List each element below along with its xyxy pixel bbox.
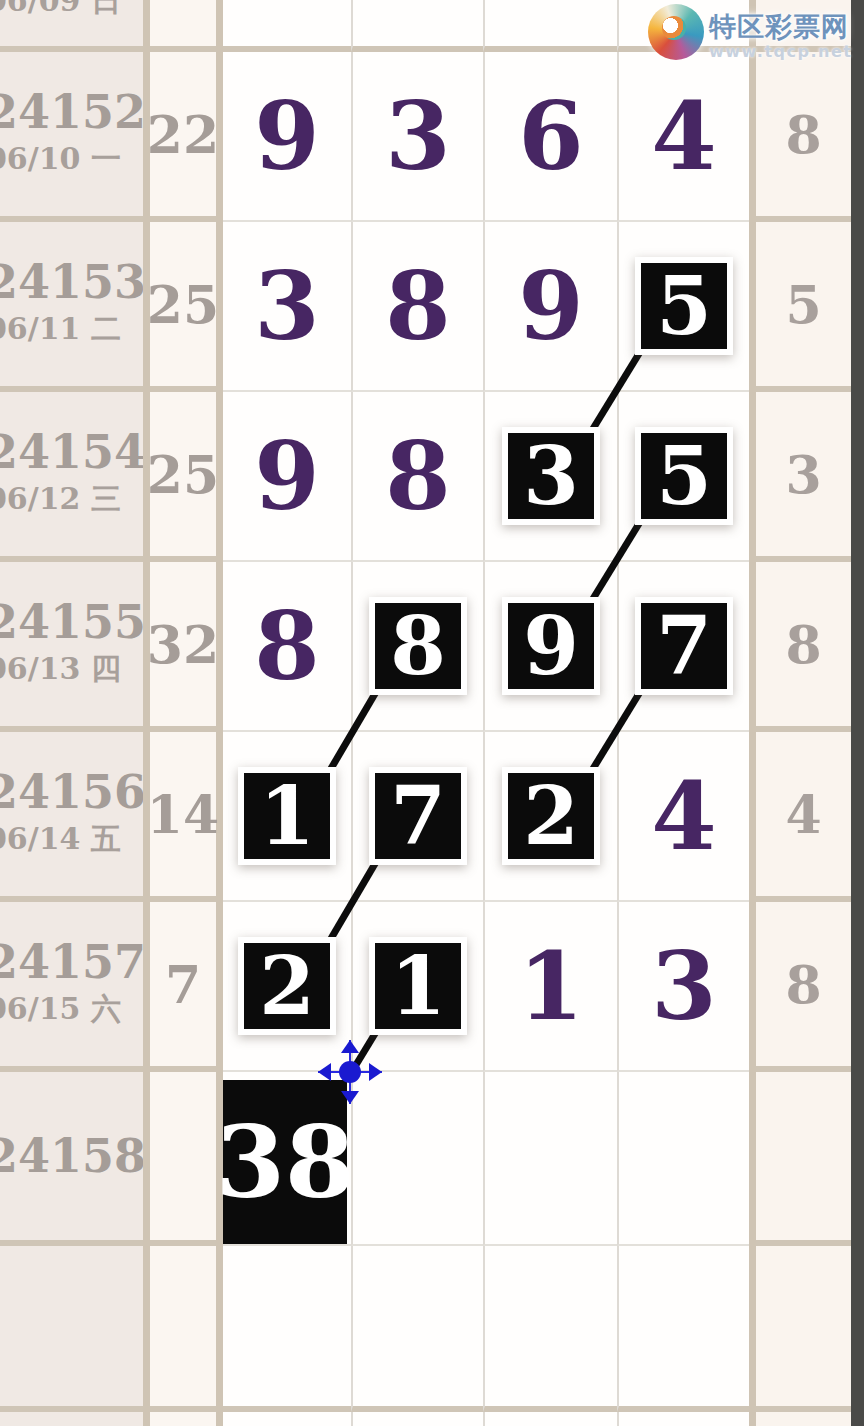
digit-cell: 1 — [223, 732, 351, 902]
digit: 9 — [254, 89, 319, 183]
digit: 1 — [518, 939, 583, 1033]
digit-cell — [483, 0, 617, 52]
sum-cell — [150, 1412, 216, 1426]
digit: 9 — [254, 429, 319, 523]
issue-cell-24157: 24157 06/15 六 — [0, 902, 143, 1072]
lottery-trend-chart: 06/09 日 24152 06/10 一 22 9 3 6 4 8 24153… — [0, 0, 864, 1426]
highlighted-number-box: 5 — [635, 427, 733, 525]
column-divider — [749, 0, 756, 1426]
digit-cell: 4 — [617, 732, 749, 902]
sum-value: 32 — [147, 614, 219, 675]
highlighted-number-box: 7 — [635, 597, 733, 695]
issue-number: 24153 — [0, 258, 143, 306]
issue-date: 06/14 五 — [0, 819, 143, 860]
digit-cell: 9 — [223, 52, 351, 222]
sum-cell — [150, 1246, 216, 1412]
digit-cell — [483, 1072, 617, 1246]
digit: 1 — [390, 946, 446, 1026]
sum-cell-prev — [150, 0, 216, 52]
digit-cell: 1 — [483, 902, 617, 1072]
issue-number: 24154 — [0, 428, 143, 476]
digit-cell — [483, 1412, 617, 1426]
digit: 8 — [385, 429, 450, 523]
digit: 3 — [651, 939, 716, 1033]
digit-cell: 7 — [351, 732, 483, 902]
tail-cell: 8 — [756, 52, 851, 222]
sum-value: 25 — [147, 444, 219, 505]
digit-cell — [351, 1072, 483, 1246]
digit-cell: 3 — [351, 52, 483, 222]
tail-cell — [756, 1246, 851, 1412]
tail-cell: 4 — [756, 732, 851, 902]
tail-cell — [756, 1412, 851, 1426]
digit-cell: 3 — [223, 222, 351, 392]
tail-cell: 3 — [756, 392, 851, 562]
digit-cell — [351, 1412, 483, 1426]
highlighted-number-box: 1 — [369, 937, 467, 1035]
digit: 3 — [385, 89, 450, 183]
digit-cell — [223, 1246, 351, 1412]
digit: 5 — [656, 266, 712, 346]
highlighted-number-box: 9 — [502, 597, 600, 695]
digit: 9 — [523, 606, 579, 686]
site-name: 特区彩票网 — [709, 13, 852, 41]
issue-cell-24158: 24158 — [0, 1072, 143, 1246]
sum-cell: 32 — [150, 562, 216, 732]
sum-value: 7 — [165, 954, 201, 1015]
digit-cell — [617, 1412, 749, 1426]
tail-value: 8 — [785, 614, 821, 675]
digit: 3 — [254, 259, 319, 353]
issue-cell-empty — [0, 1246, 143, 1412]
digit: 8 — [385, 259, 450, 353]
digit-cell: 4 — [617, 52, 749, 222]
issue-cell-24152: 24152 06/10 一 — [0, 52, 143, 222]
digit-cell: 3 — [483, 392, 617, 562]
site-logo-icon — [648, 4, 704, 60]
tail-value: 8 — [785, 104, 821, 165]
digit: 1 — [259, 776, 315, 856]
sum-cell: 22 — [150, 52, 216, 222]
issue-number: 24156 — [0, 768, 143, 816]
digit-cell: 2 — [223, 902, 351, 1072]
scrollbar[interactable] — [851, 0, 864, 1426]
digit: 2 — [259, 946, 315, 1026]
digit-cell — [617, 1072, 749, 1246]
issue-date: 06/11 二 — [0, 309, 143, 350]
digit-cell — [351, 1246, 483, 1412]
sum-cell: 25 — [150, 222, 216, 392]
issue-cell-prev: 06/09 日 — [0, 0, 143, 52]
digit-cell: 38 — [223, 1072, 351, 1246]
big-number: 38 — [215, 1112, 354, 1212]
digit-cell: 9 — [483, 222, 617, 392]
sum-value: 22 — [147, 104, 219, 165]
digit-cell — [223, 1412, 351, 1426]
digit-cell: 6 — [483, 52, 617, 222]
highlighted-number-box: 7 — [369, 767, 467, 865]
digit: 7 — [390, 776, 446, 856]
digit: 3 — [523, 436, 579, 516]
digit-cell: 8 — [351, 392, 483, 562]
column-divider — [143, 0, 150, 1426]
highlighted-sum-box: 38 — [223, 1080, 347, 1244]
site-url: www.tqcp.net — [709, 42, 852, 61]
digit-cell: 2 — [483, 732, 617, 902]
issue-date: 06/13 四 — [0, 649, 143, 690]
tail-value: 4 — [785, 784, 821, 845]
issue-date: 06/10 一 — [0, 139, 143, 180]
digit-cell — [617, 1246, 749, 1412]
digit: 7 — [656, 606, 712, 686]
tail-cell: 5 — [756, 222, 851, 392]
digit-cell — [351, 0, 483, 52]
issue-cell-24154: 24154 06/12 三 — [0, 392, 143, 562]
site-watermark[interactable]: 特区彩票网 www.tqcp.net — [648, 4, 852, 61]
highlighted-number-box: 1 — [238, 767, 336, 865]
tail-value: 8 — [785, 954, 821, 1015]
digit: 5 — [656, 436, 712, 516]
digit-cell: 8 — [351, 562, 483, 732]
digit-cell — [483, 1246, 617, 1412]
highlighted-number-box: 2 — [502, 767, 600, 865]
issue-date: 06/09 日 — [0, 0, 121, 22]
issue-cell-sliver — [0, 1412, 143, 1426]
highlighted-number-box: 2 — [238, 937, 336, 1035]
digit-cell — [223, 0, 351, 52]
digit: 8 — [390, 606, 446, 686]
digit: 9 — [518, 259, 583, 353]
digit-cell: 1 — [351, 902, 483, 1072]
digit-cell: 7 — [617, 562, 749, 732]
trend-grid: 06/09 日 24152 06/10 一 22 9 3 6 4 8 24153… — [0, 0, 864, 1426]
tail-value: 3 — [785, 444, 821, 505]
issue-number: 24152 — [0, 88, 143, 136]
highlighted-number-box: 8 — [369, 597, 467, 695]
highlighted-number-box: 5 — [635, 257, 733, 355]
issue-date: 06/12 三 — [0, 479, 143, 520]
issue-number: 24155 — [0, 598, 143, 646]
issue-cell-24156: 24156 06/14 五 — [0, 732, 143, 902]
tail-value: 5 — [785, 274, 821, 335]
sum-cell: 25 — [150, 392, 216, 562]
digit-cell: 5 — [617, 392, 749, 562]
digit: 4 — [651, 89, 716, 183]
digit-cell: 9 — [483, 562, 617, 732]
digit-cell: 9 — [223, 392, 351, 562]
tail-cell: 8 — [756, 562, 851, 732]
sum-cell: 7 — [150, 902, 216, 1072]
digit: 2 — [523, 776, 579, 856]
digit-cell: 3 — [617, 902, 749, 1072]
issue-number: 24157 — [0, 938, 143, 986]
tail-cell: 8 — [756, 902, 851, 1072]
digit-cell: 8 — [223, 562, 351, 732]
issue-cell-24155: 24155 06/13 四 — [0, 562, 143, 732]
tail-cell — [756, 1072, 851, 1246]
sum-value: 14 — [147, 784, 219, 845]
digit-cell: 5 — [617, 222, 749, 392]
highlighted-number-box: 3 — [502, 427, 600, 525]
issue-cell-24153: 24153 06/11 二 — [0, 222, 143, 392]
issue-number: 24158 — [0, 1132, 143, 1180]
issue-date: 06/15 六 — [0, 989, 143, 1030]
sum-cell: 14 — [150, 732, 216, 902]
sum-value: 25 — [147, 274, 219, 335]
digit: 6 — [518, 89, 583, 183]
digit: 4 — [651, 769, 716, 863]
digit-cell: 8 — [351, 222, 483, 392]
digit: 8 — [254, 599, 319, 693]
sum-cell — [150, 1072, 216, 1246]
